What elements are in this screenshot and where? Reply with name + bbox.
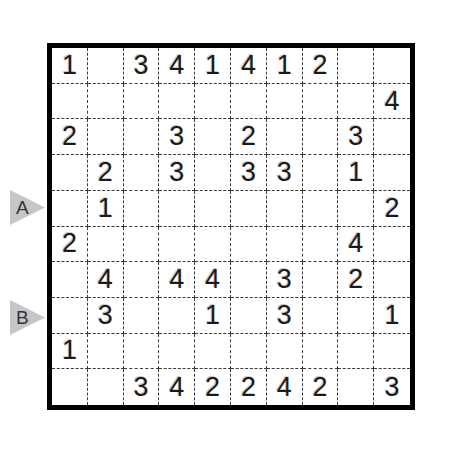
grid-cell-r9c2[interactable] xyxy=(88,334,124,370)
grid-cell-r3c4[interactable]: 3 xyxy=(159,119,195,155)
grid-cell-r6c5[interactable] xyxy=(195,227,231,263)
clue-number: 3 xyxy=(277,266,292,293)
clue-number: 3 xyxy=(348,123,363,150)
clue-number: 1 xyxy=(98,195,113,222)
grid-cell-r2c10[interactable]: 4 xyxy=(374,84,410,120)
grid-cell-r10c10[interactable]: 3 xyxy=(374,369,410,405)
grid-cell-r7c3[interactable] xyxy=(124,262,160,298)
grid-cell-r1c1[interactable]: 1 xyxy=(52,48,88,84)
grid-cell-r2c8[interactable] xyxy=(303,84,339,120)
grid-cell-r7c7[interactable]: 3 xyxy=(267,262,303,298)
puzzle-page: A B 134141242323233311224444323131134224… xyxy=(0,0,465,453)
grid-cell-r2c9[interactable] xyxy=(338,84,374,120)
grid-cell-r9c5[interactable] xyxy=(195,334,231,370)
grid-cell-r8c8[interactable] xyxy=(303,298,339,334)
grid-cell-r8c5[interactable]: 1 xyxy=(195,298,231,334)
grid-cell-r9c9[interactable] xyxy=(338,334,374,370)
grid-cell-r2c4[interactable] xyxy=(159,84,195,120)
grid-cell-r2c5[interactable] xyxy=(195,84,231,120)
puzzle-board: 13414124232323331122444432313113422423 xyxy=(47,43,415,410)
clue-number: 3 xyxy=(133,52,148,79)
clue-number: 3 xyxy=(133,374,148,401)
grid-cell-r6c1[interactable]: 2 xyxy=(52,227,88,263)
grid-cell-r6c10[interactable] xyxy=(374,227,410,263)
grid-cell-r10c1[interactable] xyxy=(52,369,88,405)
clue-number: 1 xyxy=(205,302,220,329)
clue-number: 4 xyxy=(205,266,220,293)
grid-cell-r4c5[interactable] xyxy=(195,155,231,191)
grid-cell-r10c3[interactable]: 3 xyxy=(124,369,160,405)
clue-number: 2 xyxy=(205,374,220,401)
clue-number: 2 xyxy=(385,195,400,222)
grid-cell-r9c6[interactable] xyxy=(231,334,267,370)
clue-number: 2 xyxy=(98,159,113,186)
grid-cell-r7c6[interactable] xyxy=(231,262,267,298)
grid-cell-r1c3[interactable]: 3 xyxy=(124,48,160,84)
grid-cell-r9c10[interactable] xyxy=(374,334,410,370)
grid-cell-r10c9[interactable] xyxy=(338,369,374,405)
grid-cell-r2c3[interactable] xyxy=(124,84,160,120)
grid-cell-r9c7[interactable] xyxy=(267,334,303,370)
clue-number: 1 xyxy=(205,52,220,79)
grid-cell-r2c6[interactable] xyxy=(231,84,267,120)
grid-cell-r1c8[interactable]: 2 xyxy=(303,48,339,84)
grid-cell-r9c3[interactable] xyxy=(124,334,160,370)
grid-cell-r3c5[interactable] xyxy=(195,119,231,155)
answer-row-marker-a: A xyxy=(10,190,45,225)
clue-number: 3 xyxy=(241,159,256,186)
grid-cell-r1c10[interactable] xyxy=(374,48,410,84)
grid-cell-r4c6[interactable]: 3 xyxy=(231,155,267,191)
grid-cell-r2c2[interactable] xyxy=(88,84,124,120)
grid-cell-r2c1[interactable] xyxy=(52,84,88,120)
clue-number: 4 xyxy=(385,88,400,115)
clue-number: 3 xyxy=(385,374,400,401)
grid-cell-r7c1[interactable] xyxy=(52,262,88,298)
grid-cell-r7c10[interactable] xyxy=(374,262,410,298)
grid-cell-r3c8[interactable] xyxy=(303,119,339,155)
grid-cell-r7c4[interactable]: 4 xyxy=(159,262,195,298)
grid-cell-r10c5[interactable]: 2 xyxy=(195,369,231,405)
grid-cell-r10c8[interactable]: 2 xyxy=(303,369,339,405)
grid-cell-r9c8[interactable] xyxy=(303,334,339,370)
grid-cell-r3c3[interactable] xyxy=(124,119,160,155)
clue-number: 3 xyxy=(98,302,113,329)
grid-cell-r9c1[interactable]: 1 xyxy=(52,334,88,370)
grid-cell-r1c5[interactable]: 1 xyxy=(195,48,231,84)
grid-cell-r3c1[interactable]: 2 xyxy=(52,119,88,155)
grid-cell-r6c3[interactable] xyxy=(124,227,160,263)
grid-cell-r5c9[interactable] xyxy=(338,191,374,227)
grid-cell-r6c7[interactable] xyxy=(267,227,303,263)
grid-cell-r4c7[interactable]: 3 xyxy=(267,155,303,191)
clue-number: 3 xyxy=(277,302,292,329)
grid-cell-r10c4[interactable]: 4 xyxy=(159,369,195,405)
clue-number: 4 xyxy=(169,52,184,79)
grid-cell-r1c9[interactable] xyxy=(338,48,374,84)
grid-cell-r8c7[interactable]: 3 xyxy=(267,298,303,334)
grid-cell-r1c7[interactable]: 1 xyxy=(267,48,303,84)
clue-number: 4 xyxy=(98,266,113,293)
grid-cell-r1c6[interactable]: 4 xyxy=(231,48,267,84)
clue-number: 1 xyxy=(385,302,400,329)
grid-cell-r8c4[interactable] xyxy=(159,298,195,334)
grid-cell-r5c8[interactable] xyxy=(303,191,339,227)
grid-cell-r1c4[interactable]: 4 xyxy=(159,48,195,84)
grid-cell-r10c7[interactable]: 4 xyxy=(267,369,303,405)
answer-row-marker-b: B xyxy=(10,300,45,335)
grid-cell-r8c2[interactable]: 3 xyxy=(88,298,124,334)
clue-number: 2 xyxy=(62,230,77,257)
grid-cell-r1c2[interactable] xyxy=(88,48,124,84)
clue-number: 1 xyxy=(62,52,77,79)
clue-number: 2 xyxy=(241,123,256,150)
grid-cell-r5c7[interactable] xyxy=(267,191,303,227)
grid-cell-r5c4[interactable] xyxy=(159,191,195,227)
grid-cell-r5c2[interactable]: 1 xyxy=(88,191,124,227)
grid-cell-r8c1[interactable] xyxy=(52,298,88,334)
grid-cell-r6c2[interactable] xyxy=(88,227,124,263)
grid-cell-r3c6[interactable]: 2 xyxy=(231,119,267,155)
marker-b-label: B xyxy=(16,308,29,327)
clue-number: 1 xyxy=(62,337,77,364)
grid-cell-r9c4[interactable] xyxy=(159,334,195,370)
grid-cell-r7c8[interactable] xyxy=(303,262,339,298)
marker-a-label: A xyxy=(16,198,29,217)
clue-number: 4 xyxy=(241,52,256,79)
clue-number: 3 xyxy=(277,159,292,186)
grid-cell-r6c4[interactable] xyxy=(159,227,195,263)
grid-cell-r6c8[interactable] xyxy=(303,227,339,263)
grid-cell-r4c4[interactable]: 3 xyxy=(159,155,195,191)
grid-cell-r3c2[interactable] xyxy=(88,119,124,155)
clue-number: 4 xyxy=(169,374,184,401)
grid-cell-r6c9[interactable]: 4 xyxy=(338,227,374,263)
grid-cell-r3c9[interactable]: 3 xyxy=(338,119,374,155)
clue-number: 1 xyxy=(277,52,292,79)
clue-number: 4 xyxy=(277,374,292,401)
grid-cell-r3c10[interactable] xyxy=(374,119,410,155)
grid-cell-r7c9[interactable]: 2 xyxy=(338,262,374,298)
grid-cell-r8c9[interactable] xyxy=(338,298,374,334)
clue-number: 1 xyxy=(348,159,363,186)
grid-cell-r10c2[interactable] xyxy=(88,369,124,405)
grid-cell-r4c2[interactable]: 2 xyxy=(88,155,124,191)
clue-number: 3 xyxy=(169,159,184,186)
grid-cell-r5c10[interactable]: 2 xyxy=(374,191,410,227)
clue-number: 2 xyxy=(241,374,256,401)
grid-cell-r4c3[interactable] xyxy=(124,155,160,191)
grid-cell-r7c5[interactable]: 4 xyxy=(195,262,231,298)
clue-number: 2 xyxy=(312,374,327,401)
grid-cell-r7c2[interactable]: 4 xyxy=(88,262,124,298)
clue-number: 3 xyxy=(169,123,184,150)
grid-cell-r8c6[interactable] xyxy=(231,298,267,334)
grid-cell-r10c6[interactable]: 2 xyxy=(231,369,267,405)
grid-cell-r2c7[interactable] xyxy=(267,84,303,120)
grid-cell-r4c1[interactable] xyxy=(52,155,88,191)
clue-number: 4 xyxy=(169,266,184,293)
grid-cell-r5c6[interactable] xyxy=(231,191,267,227)
grid-cell-r5c5[interactable] xyxy=(195,191,231,227)
clue-number: 4 xyxy=(348,230,363,257)
grid-cell-r6c6[interactable] xyxy=(231,227,267,263)
grid-cell-r4c9[interactable]: 1 xyxy=(338,155,374,191)
grid-cell-r8c10[interactable]: 1 xyxy=(374,298,410,334)
clue-number: 2 xyxy=(348,266,363,293)
grid-cell-r5c3[interactable] xyxy=(124,191,160,227)
grid-cell-r8c3[interactable] xyxy=(124,298,160,334)
clue-number: 2 xyxy=(312,52,327,79)
grid-cell-r4c10[interactable] xyxy=(374,155,410,191)
grid-cell-r5c1[interactable] xyxy=(52,191,88,227)
clue-number: 2 xyxy=(62,123,77,150)
grid-cell-r3c7[interactable] xyxy=(267,119,303,155)
grid-cell-r4c8[interactable] xyxy=(303,155,339,191)
